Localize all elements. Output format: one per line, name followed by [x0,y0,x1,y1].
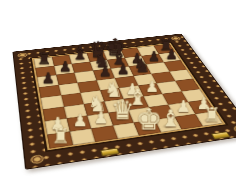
square-a1[interactable]: ♜ [47,131,72,148]
black-pawn[interactable]: ♟ [58,60,71,74]
black-pawn[interactable]: ♟ [165,48,177,62]
hinge-icon [211,131,231,139]
white-rook[interactable]: ♜ [202,105,220,125]
hinge-icon [100,148,120,157]
board-squares: ♜♝♛♚♜♟♞♝♟♟♟♟♟♟♞♞♟♟♞♝♟♟♟♛♟♟♜♚♝♜ [34,44,223,148]
black-rook[interactable]: ♜ [37,50,52,67]
black-pawn[interactable]: ♟ [42,71,55,86]
corner-rosette-icon [230,124,236,135]
chess-board: ♜♝♛♚♜♟♞♝♟♟♟♟♟♟♞♞♟♟♞♝♟♟♟♛♟♟♜♚♝♜ [12,34,236,170]
white-bishop[interactable]: ♝ [159,107,180,131]
square-e1[interactable]: ♚ [134,119,161,135]
corner-rosette-icon [29,153,46,166]
white-queen[interactable]: ♛ [110,97,134,123]
white-pawn[interactable]: ♟ [94,110,109,127]
white-rook[interactable]: ♜ [51,125,70,146]
square-b1[interactable] [69,128,95,145]
white-king[interactable]: ♚ [136,104,162,133]
white-pawn[interactable]: ♟ [72,113,87,130]
chess-set-photo: ♜♝♛♚♜♟♞♝♟♟♟♟♟♟♞♞♟♟♞♝♟♟♟♛♟♟♜♚♝♜ [0,0,236,177]
square-a5[interactable] [39,85,61,98]
black-knight[interactable]: ♞ [133,56,150,75]
black-pawn[interactable]: ♟ [117,63,130,77]
black-bishop[interactable]: ♝ [71,44,88,63]
corner-rosette-icon [16,52,29,59]
